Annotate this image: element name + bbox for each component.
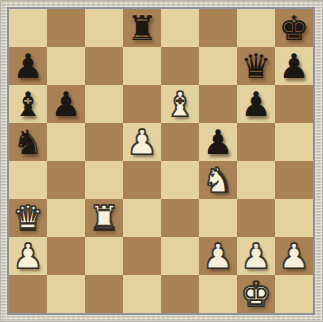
square-f7[interactable] bbox=[199, 47, 237, 85]
piece-black-bishop[interactable]: ♝ bbox=[13, 85, 43, 123]
square-f1[interactable] bbox=[199, 275, 237, 313]
square-e6[interactable]: ♝ bbox=[161, 85, 199, 123]
chess-board: ♜♚♟♛♟♝♟♝♟♞♟♟♞♛♜♟♟♟♟♚ bbox=[9, 9, 313, 313]
square-f8[interactable] bbox=[199, 9, 237, 47]
piece-white-pawn[interactable]: ♟ bbox=[241, 237, 271, 275]
square-b1[interactable] bbox=[47, 275, 85, 313]
square-g4[interactable] bbox=[237, 161, 275, 199]
square-e4[interactable] bbox=[161, 161, 199, 199]
piece-black-pawn[interactable]: ♟ bbox=[203, 123, 233, 161]
square-a8[interactable] bbox=[9, 9, 47, 47]
piece-white-knight[interactable]: ♞ bbox=[203, 161, 233, 199]
square-a3[interactable]: ♛ bbox=[9, 199, 47, 237]
square-b7[interactable] bbox=[47, 47, 85, 85]
square-b8[interactable] bbox=[47, 9, 85, 47]
square-e8[interactable] bbox=[161, 9, 199, 47]
square-d8[interactable]: ♜ bbox=[123, 9, 161, 47]
piece-black-pawn[interactable]: ♟ bbox=[241, 85, 271, 123]
square-e1[interactable] bbox=[161, 275, 199, 313]
piece-white-queen[interactable]: ♛ bbox=[13, 199, 43, 237]
piece-white-pawn[interactable]: ♟ bbox=[279, 237, 309, 275]
square-d4[interactable] bbox=[123, 161, 161, 199]
square-a6[interactable]: ♝ bbox=[9, 85, 47, 123]
square-b2[interactable] bbox=[47, 237, 85, 275]
square-h2[interactable]: ♟ bbox=[275, 237, 313, 275]
square-c6[interactable] bbox=[85, 85, 123, 123]
square-f6[interactable] bbox=[199, 85, 237, 123]
piece-black-queen[interactable]: ♛ bbox=[241, 47, 271, 85]
square-h7[interactable]: ♟ bbox=[275, 47, 313, 85]
square-a1[interactable] bbox=[9, 275, 47, 313]
piece-black-knight[interactable]: ♞ bbox=[13, 123, 43, 161]
square-g6[interactable]: ♟ bbox=[237, 85, 275, 123]
piece-black-king[interactable]: ♚ bbox=[279, 9, 309, 47]
square-f2[interactable]: ♟ bbox=[199, 237, 237, 275]
piece-black-pawn[interactable]: ♟ bbox=[279, 47, 309, 85]
board-border: ♜♚♟♛♟♝♟♝♟♞♟♟♞♛♜♟♟♟♟♚ bbox=[7, 7, 315, 315]
square-b4[interactable] bbox=[47, 161, 85, 199]
square-e2[interactable] bbox=[161, 237, 199, 275]
square-d7[interactable] bbox=[123, 47, 161, 85]
square-b6[interactable]: ♟ bbox=[47, 85, 85, 123]
square-b5[interactable] bbox=[47, 123, 85, 161]
square-c1[interactable] bbox=[85, 275, 123, 313]
piece-white-pawn[interactable]: ♟ bbox=[13, 237, 43, 275]
square-a4[interactable] bbox=[9, 161, 47, 199]
square-c5[interactable] bbox=[85, 123, 123, 161]
square-d3[interactable] bbox=[123, 199, 161, 237]
square-g7[interactable]: ♛ bbox=[237, 47, 275, 85]
square-e5[interactable] bbox=[161, 123, 199, 161]
piece-white-pawn[interactable]: ♟ bbox=[127, 123, 157, 161]
piece-white-king[interactable]: ♚ bbox=[241, 275, 271, 313]
square-h3[interactable] bbox=[275, 199, 313, 237]
square-c4[interactable] bbox=[85, 161, 123, 199]
square-h5[interactable] bbox=[275, 123, 313, 161]
square-h8[interactable]: ♚ bbox=[275, 9, 313, 47]
square-h1[interactable] bbox=[275, 275, 313, 313]
square-g2[interactable]: ♟ bbox=[237, 237, 275, 275]
square-b3[interactable] bbox=[47, 199, 85, 237]
piece-black-pawn[interactable]: ♟ bbox=[13, 47, 43, 85]
piece-white-pawn[interactable]: ♟ bbox=[203, 237, 233, 275]
square-c7[interactable] bbox=[85, 47, 123, 85]
square-e7[interactable] bbox=[161, 47, 199, 85]
square-g5[interactable] bbox=[237, 123, 275, 161]
piece-black-rook[interactable]: ♜ bbox=[127, 9, 157, 47]
piece-white-bishop[interactable]: ♝ bbox=[165, 85, 195, 123]
square-h6[interactable] bbox=[275, 85, 313, 123]
square-c2[interactable] bbox=[85, 237, 123, 275]
piece-white-rook[interactable]: ♜ bbox=[89, 199, 119, 237]
square-g1[interactable]: ♚ bbox=[237, 275, 275, 313]
square-e3[interactable] bbox=[161, 199, 199, 237]
square-f4[interactable]: ♞ bbox=[199, 161, 237, 199]
piece-black-pawn[interactable]: ♟ bbox=[51, 85, 81, 123]
square-d5[interactable]: ♟ bbox=[123, 123, 161, 161]
square-a7[interactable]: ♟ bbox=[9, 47, 47, 85]
square-a2[interactable]: ♟ bbox=[9, 237, 47, 275]
board-frame: ♜♚♟♛♟♝♟♝♟♞♟♟♞♛♜♟♟♟♟♚ bbox=[0, 0, 323, 322]
square-g8[interactable] bbox=[237, 9, 275, 47]
square-d2[interactable] bbox=[123, 237, 161, 275]
square-d6[interactable] bbox=[123, 85, 161, 123]
square-h4[interactable] bbox=[275, 161, 313, 199]
square-c8[interactable] bbox=[85, 9, 123, 47]
square-c3[interactable]: ♜ bbox=[85, 199, 123, 237]
square-a5[interactable]: ♞ bbox=[9, 123, 47, 161]
square-g3[interactable] bbox=[237, 199, 275, 237]
square-d1[interactable] bbox=[123, 275, 161, 313]
square-f3[interactable] bbox=[199, 199, 237, 237]
square-f5[interactable]: ♟ bbox=[199, 123, 237, 161]
